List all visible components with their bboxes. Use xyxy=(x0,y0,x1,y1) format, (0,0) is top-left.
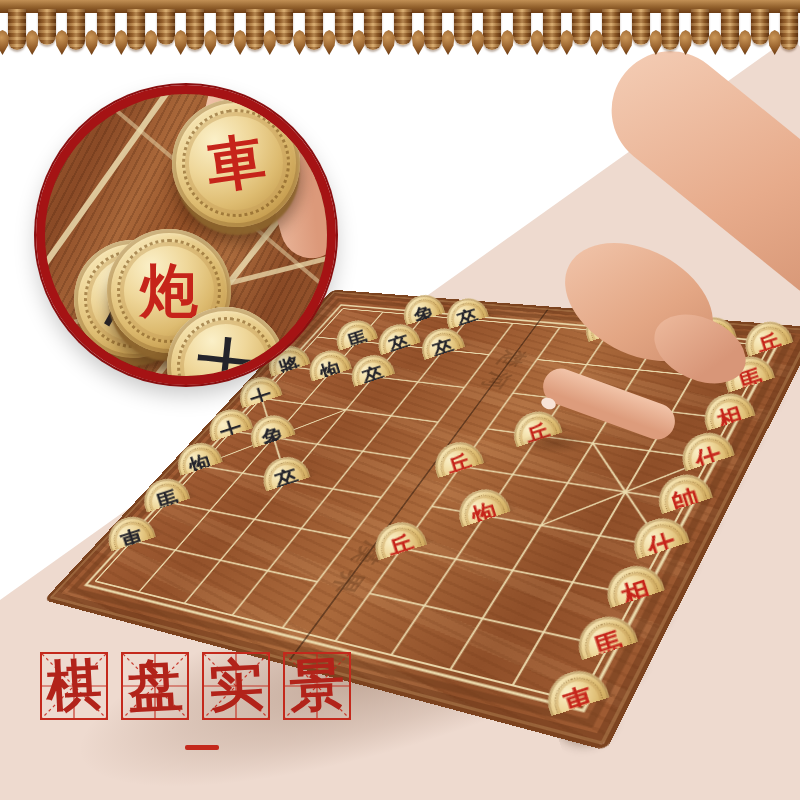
eave-pendant xyxy=(590,30,603,55)
eave-tile xyxy=(691,9,709,45)
eave-tile xyxy=(364,9,382,50)
eave-pendant xyxy=(471,30,484,55)
eave-tile xyxy=(246,9,264,50)
eave-tile xyxy=(67,9,85,50)
caption-char-box: 景 xyxy=(283,652,351,720)
eave-pendant xyxy=(263,30,276,55)
caption-title: 棋盘实景 xyxy=(40,652,351,720)
caption-character: 景 xyxy=(283,652,350,719)
eave-pendant xyxy=(709,30,722,55)
eave-pendant xyxy=(531,30,544,55)
chinese-eave-border xyxy=(0,0,800,60)
eave-tile xyxy=(186,9,204,50)
eave-pendant xyxy=(323,30,336,55)
eave-pendant xyxy=(352,30,365,55)
eave-pendant xyxy=(649,30,662,55)
eave-pendant xyxy=(234,30,247,55)
eave-tile xyxy=(602,9,620,50)
eave-tile xyxy=(97,9,115,45)
eave-pendant xyxy=(442,30,455,55)
eave-pendant xyxy=(679,30,692,55)
eave-pendant xyxy=(739,30,752,55)
eave-pendant xyxy=(55,30,68,55)
caption-char-box: 实 xyxy=(202,652,270,720)
eave-tile xyxy=(632,9,650,45)
caption-character: 实 xyxy=(202,652,269,719)
eave-tile xyxy=(572,9,590,45)
piece-character: 車 xyxy=(203,130,269,196)
caption-character: 盘 xyxy=(121,652,188,719)
magnifier-inset-circle: 馬炮士 車 xyxy=(36,85,336,385)
eave-tile xyxy=(8,9,26,50)
eave-pendant xyxy=(382,30,395,55)
eave-pendant xyxy=(145,30,158,55)
eave-pendant xyxy=(768,30,781,55)
page: 楚河 漢界 將士士炮馬車馬炮象象卒卒卒卒卒車炮兵兵馬相仕帥仕相馬車兵兵炮兵 馬炮… xyxy=(0,0,800,800)
caption-char-box: 盘 xyxy=(121,652,189,720)
eave-tile xyxy=(721,9,739,50)
eave-tile xyxy=(513,9,531,45)
eave-tile xyxy=(127,9,145,50)
eave-tile xyxy=(305,9,323,50)
eave-tile xyxy=(275,9,293,45)
eave-tile xyxy=(157,9,175,45)
eave-tile xyxy=(780,9,798,50)
eave-pendant xyxy=(85,30,98,55)
eave-pendant xyxy=(115,30,128,55)
caption-character: 棋 xyxy=(40,652,107,719)
eave-tile xyxy=(394,9,412,45)
eave-tile xyxy=(38,9,56,45)
eave-tile xyxy=(335,9,353,45)
eave-pendant xyxy=(412,30,425,55)
caption-underline xyxy=(185,745,219,750)
eave-pendant xyxy=(620,30,633,55)
inset-piece-red[interactable]: 車 xyxy=(164,91,309,236)
piece-character: 士 xyxy=(194,334,258,385)
eave-tile xyxy=(454,9,472,45)
eave-pendant xyxy=(501,30,514,55)
eave-pendant xyxy=(174,30,187,55)
eave-tile xyxy=(424,9,442,50)
eave-tile xyxy=(661,9,679,50)
eave-pendant xyxy=(204,30,217,55)
eave-tile xyxy=(216,9,234,45)
caption-char-box: 棋 xyxy=(40,652,108,720)
eave-tile xyxy=(751,9,769,45)
eave-pendant xyxy=(560,30,573,55)
eave-tile xyxy=(483,9,501,50)
eave-pendant xyxy=(293,30,306,55)
piece-disc: 車 xyxy=(164,91,309,236)
eave-pendant xyxy=(26,30,39,55)
eave-tile xyxy=(543,9,561,50)
